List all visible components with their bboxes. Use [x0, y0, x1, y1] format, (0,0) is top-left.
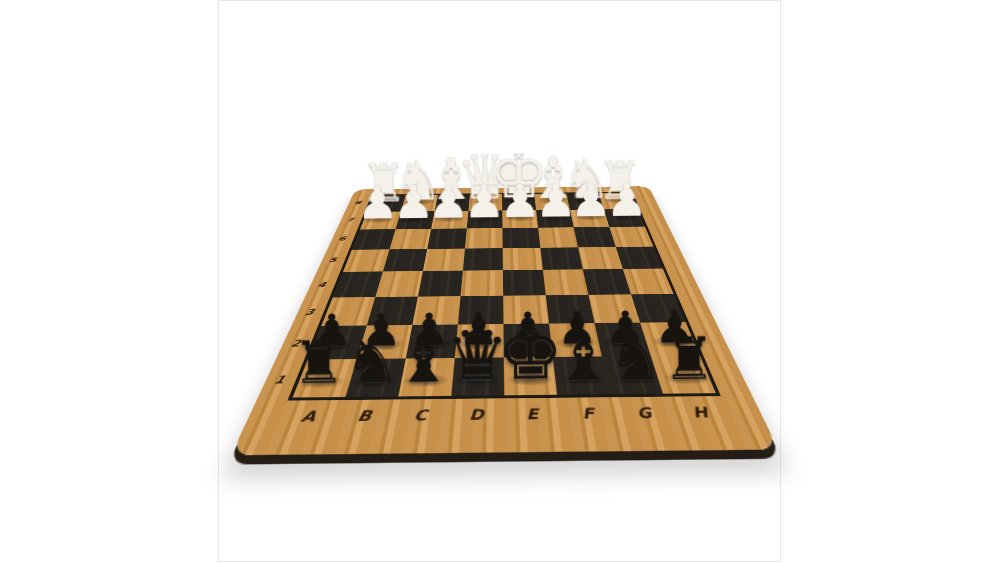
piece-shadow	[611, 372, 660, 385]
piece-shadow	[402, 374, 449, 387]
piece-shadow	[508, 373, 554, 386]
chessboard: ABCDEFGH 87654321 ♜♞♝♛♚♝♞♜♟♟♟♟♟♟♟♟♟♟♟♟♟♟…	[310, 87, 696, 473]
piece-shadow	[437, 199, 467, 205]
piece-shadow	[571, 198, 601, 204]
product-image-canvas: ABCDEFGH 87654321 ♜♞♝♛♚♝♞♜♟♟♟♟♟♟♟♟♟♟♟♟♟♟…	[0, 0, 1000, 563]
piece-shadow	[362, 217, 395, 223]
piece-shadow	[555, 336, 599, 347]
piece-white-bishop: ♝	[530, 153, 576, 204]
piece-white-rook: ♜	[597, 152, 643, 203]
piece-shadow	[602, 336, 647, 347]
piece-shadow	[403, 200, 433, 206]
piece-shadow	[559, 372, 606, 385]
photo-frame: ABCDEFGH 87654321 ♜♞♝♛♚♝♞♜♟♟♟♟♟♟♟♟♟♟♟♟♟♟…	[218, 0, 781, 562]
piece-shadow	[540, 215, 571, 221]
piece-shadow	[650, 335, 696, 346]
piece-shadow	[409, 338, 452, 349]
piece-shadow	[471, 199, 500, 205]
piece-white-bishop: ♝	[428, 154, 474, 205]
piece-white-knight: ♞	[395, 154, 441, 205]
piece-shadow	[455, 373, 501, 386]
piece-shadow	[458, 337, 500, 348]
piece-shadow	[604, 198, 635, 204]
piece-white-king: ♚	[496, 153, 542, 204]
piece-white-pawn: ♟	[460, 168, 508, 221]
piece-white-pawn: ♟	[424, 169, 472, 222]
piece-shadow	[349, 374, 397, 387]
board-surface: ABCDEFGH 87654321 ♜♞♝♛♚♝♞♜♟♟♟♟♟♟♟♟♟♟♟♟♟♟…	[231, 186, 779, 455]
piece-shadow	[311, 339, 357, 350]
piece-shadow	[662, 371, 712, 384]
piece-shadow	[360, 338, 404, 349]
piece-white-pawn: ♟	[603, 167, 651, 220]
piece-shadow	[575, 215, 607, 221]
piece-shadow	[507, 337, 549, 348]
piece-shadow	[469, 216, 500, 222]
piece-shadow	[369, 200, 400, 206]
piece-white-pawn: ♟	[496, 168, 544, 221]
piece-shadow	[296, 375, 346, 388]
